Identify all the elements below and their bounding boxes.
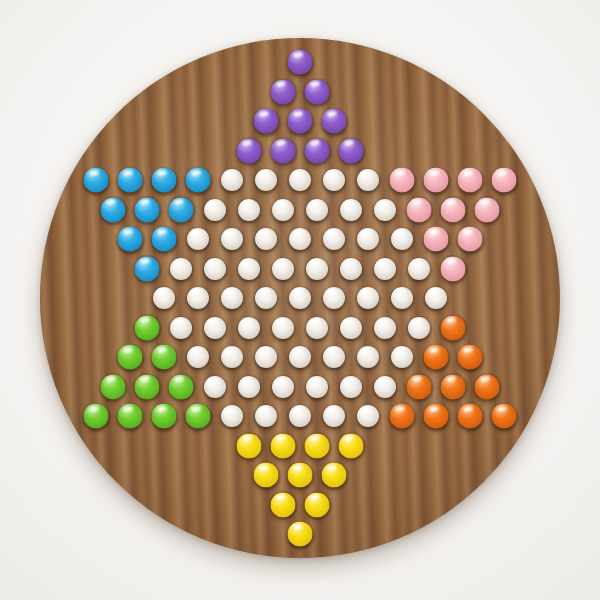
white-marble-sphere: [221, 287, 243, 309]
white-marble-sphere: [255, 346, 277, 368]
marble-green[interactable]: [132, 371, 163, 402]
white-marble-sphere: [374, 199, 396, 221]
green-marble-sphere: [169, 374, 194, 399]
marble-white[interactable]: [303, 314, 331, 342]
marble-white[interactable]: [320, 225, 348, 253]
marble-yellow[interactable]: [251, 460, 282, 491]
white-marble-sphere: [357, 346, 379, 368]
marble-purple[interactable]: [268, 135, 299, 166]
marble-purple[interactable]: [285, 106, 316, 137]
white-marble-sphere: [340, 376, 362, 398]
marble-pink[interactable]: [455, 224, 486, 255]
yellow-marble-sphere: [271, 492, 296, 517]
orange-marble-sphere: [458, 345, 483, 370]
marble-purple[interactable]: [234, 135, 265, 166]
white-marble-sphere: [374, 376, 396, 398]
orange-marble-sphere: [390, 404, 415, 429]
green-marble-sphere: [118, 404, 143, 429]
white-marble-sphere: [374, 317, 396, 339]
pink-marble-sphere: [424, 227, 449, 252]
white-marble-sphere: [289, 228, 311, 250]
marble-white[interactable]: [337, 255, 365, 283]
marble-white[interactable]: [286, 166, 314, 194]
marble-pink[interactable]: [438, 194, 469, 225]
white-marble-sphere: [323, 287, 345, 309]
marble-white[interactable]: [235, 196, 263, 224]
marble-white[interactable]: [388, 225, 416, 253]
orange-marble-sphere: [441, 315, 466, 340]
marble-white[interactable]: [150, 284, 178, 312]
marble-yellow[interactable]: [268, 430, 299, 461]
orange-marble-sphere: [407, 374, 432, 399]
white-marble-sphere: [340, 258, 362, 280]
white-marble-sphere: [221, 228, 243, 250]
marble-yellow[interactable]: [234, 430, 265, 461]
marble-purple[interactable]: [268, 76, 299, 107]
marble-orange[interactable]: [472, 371, 503, 402]
pink-marble-sphere: [458, 168, 483, 193]
marble-pink[interactable]: [421, 165, 452, 196]
white-marble-sphere: [391, 228, 413, 250]
purple-marble-sphere: [254, 109, 279, 134]
marble-purple[interactable]: [302, 76, 333, 107]
white-marble-sphere: [238, 258, 260, 280]
green-marble-sphere: [135, 315, 160, 340]
white-marble-sphere: [255, 228, 277, 250]
scene: [0, 0, 600, 600]
purple-marble-sphere: [288, 50, 313, 75]
green-marble-sphere: [152, 345, 177, 370]
orange-marble-sphere: [441, 374, 466, 399]
marble-white[interactable]: [303, 196, 331, 224]
marble-orange[interactable]: [455, 401, 486, 432]
marble-white[interactable]: [354, 402, 382, 430]
yellow-marble-sphere: [305, 433, 330, 458]
white-marble-sphere: [323, 405, 345, 427]
white-marble-sphere: [408, 258, 430, 280]
marble-white[interactable]: [218, 402, 246, 430]
marble-white[interactable]: [201, 314, 229, 342]
orange-marble-sphere: [458, 404, 483, 429]
marble-white[interactable]: [269, 373, 297, 401]
yellow-marble-sphere: [237, 433, 262, 458]
purple-marble-sphere: [288, 109, 313, 134]
marble-orange[interactable]: [387, 401, 418, 432]
purple-marble-sphere: [322, 109, 347, 134]
marble-white[interactable]: [354, 166, 382, 194]
white-marble-sphere: [170, 317, 192, 339]
white-marble-sphere: [289, 405, 311, 427]
marble-white[interactable]: [252, 343, 280, 371]
white-marble-sphere: [221, 405, 243, 427]
yellow-marble-sphere: [288, 463, 313, 488]
marble-white[interactable]: [218, 166, 246, 194]
marble-white[interactable]: [354, 284, 382, 312]
white-marble-sphere: [357, 287, 379, 309]
marble-white[interactable]: [371, 196, 399, 224]
marble-white[interactable]: [337, 314, 365, 342]
white-marble-sphere: [204, 258, 226, 280]
white-marble-sphere: [238, 199, 260, 221]
marble-white[interactable]: [167, 314, 195, 342]
white-marble-sphere: [391, 287, 413, 309]
blue-marble-sphere: [118, 227, 143, 252]
pink-marble-sphere: [475, 197, 500, 222]
white-marble-sphere: [204, 317, 226, 339]
marble-white[interactable]: [218, 343, 246, 371]
marble-blue[interactable]: [132, 194, 163, 225]
marble-white[interactable]: [184, 284, 212, 312]
white-marble-sphere: [340, 199, 362, 221]
marble-white[interactable]: [354, 225, 382, 253]
pink-marble-sphere: [441, 256, 466, 281]
marble-blue[interactable]: [166, 194, 197, 225]
marble-green[interactable]: [132, 312, 163, 343]
marble-blue[interactable]: [149, 224, 180, 255]
marble-blue[interactable]: [149, 165, 180, 196]
marble-pink[interactable]: [472, 194, 503, 225]
marble-blue[interactable]: [132, 253, 163, 284]
green-marble-sphere: [186, 404, 211, 429]
marble-white[interactable]: [320, 284, 348, 312]
marble-yellow[interactable]: [285, 519, 316, 550]
blue-marble-sphere: [135, 256, 160, 281]
marble-yellow[interactable]: [302, 489, 333, 520]
marble-orange[interactable]: [489, 401, 520, 432]
white-marble-sphere: [204, 199, 226, 221]
green-marble-sphere: [101, 374, 126, 399]
marble-white[interactable]: [320, 402, 348, 430]
white-marble-sphere: [306, 258, 328, 280]
marble-white[interactable]: [218, 284, 246, 312]
white-marble-sphere: [187, 346, 209, 368]
marble-white[interactable]: [320, 343, 348, 371]
white-marble-sphere: [170, 258, 192, 280]
marble-white[interactable]: [405, 255, 433, 283]
white-marble-sphere: [374, 258, 396, 280]
marble-green[interactable]: [149, 401, 180, 432]
white-marble-sphere: [255, 287, 277, 309]
green-marble-sphere: [118, 345, 143, 370]
blue-marble-sphere: [84, 168, 109, 193]
white-marble-sphere: [289, 287, 311, 309]
white-marble-sphere: [238, 317, 260, 339]
marble-blue[interactable]: [98, 194, 129, 225]
marble-yellow[interactable]: [285, 460, 316, 491]
chinese-checkers-board: [40, 38, 560, 558]
yellow-marble-sphere: [254, 463, 279, 488]
marble-orange[interactable]: [455, 342, 486, 373]
marble-pink[interactable]: [438, 253, 469, 284]
marble-white[interactable]: [184, 343, 212, 371]
marble-blue[interactable]: [81, 165, 112, 196]
marble-orange[interactable]: [421, 401, 452, 432]
pink-marble-sphere: [441, 197, 466, 222]
marble-purple[interactable]: [251, 106, 282, 137]
blue-marble-sphere: [135, 197, 160, 222]
marble-white[interactable]: [252, 402, 280, 430]
marble-pink[interactable]: [489, 165, 520, 196]
marble-purple[interactable]: [285, 47, 316, 78]
white-marble-sphere: [340, 317, 362, 339]
marble-white[interactable]: [286, 343, 314, 371]
marble-white[interactable]: [201, 196, 229, 224]
marble-purple[interactable]: [319, 106, 350, 137]
orange-marble-sphere: [492, 404, 517, 429]
marble-pink[interactable]: [421, 224, 452, 255]
marble-yellow[interactable]: [336, 430, 367, 461]
white-marble-sphere: [272, 258, 294, 280]
white-marble-sphere: [272, 317, 294, 339]
marble-yellow[interactable]: [302, 430, 333, 461]
marble-green[interactable]: [183, 401, 214, 432]
marble-pink[interactable]: [455, 165, 486, 196]
white-marble-sphere: [255, 405, 277, 427]
marble-white[interactable]: [320, 166, 348, 194]
white-marble-sphere: [272, 376, 294, 398]
blue-marble-sphere: [101, 197, 126, 222]
marble-green[interactable]: [115, 342, 146, 373]
marble-white[interactable]: [235, 255, 263, 283]
white-marble-sphere: [306, 376, 328, 398]
marble-white[interactable]: [235, 314, 263, 342]
marble-white[interactable]: [422, 284, 450, 312]
blue-marble-sphere: [186, 168, 211, 193]
white-marble-sphere: [187, 228, 209, 250]
blue-marble-sphere: [152, 227, 177, 252]
marble-white[interactable]: [286, 284, 314, 312]
marble-white[interactable]: [218, 225, 246, 253]
marble-blue[interactable]: [183, 165, 214, 196]
white-marble-sphere: [187, 287, 209, 309]
white-marble-sphere: [204, 376, 226, 398]
purple-marble-sphere: [237, 138, 262, 163]
marble-white[interactable]: [286, 225, 314, 253]
marble-white[interactable]: [184, 225, 212, 253]
white-marble-sphere: [357, 169, 379, 191]
white-marble-sphere: [289, 346, 311, 368]
marble-green[interactable]: [115, 401, 146, 432]
marble-purple[interactable]: [336, 135, 367, 166]
yellow-marble-sphere: [288, 522, 313, 547]
pink-marble-sphere: [390, 168, 415, 193]
marble-white[interactable]: [303, 255, 331, 283]
pink-marble-sphere: [424, 168, 449, 193]
marble-white[interactable]: [405, 314, 433, 342]
marble-white[interactable]: [167, 255, 195, 283]
marble-white[interactable]: [303, 373, 331, 401]
purple-marble-sphere: [339, 138, 364, 163]
marble-white[interactable]: [252, 225, 280, 253]
marble-purple[interactable]: [302, 135, 333, 166]
marble-white[interactable]: [252, 166, 280, 194]
marble-white[interactable]: [371, 255, 399, 283]
purple-marble-sphere: [271, 79, 296, 104]
white-marble-sphere: [425, 287, 447, 309]
pink-marble-sphere: [492, 168, 517, 193]
marble-white[interactable]: [269, 314, 297, 342]
blue-marble-sphere: [152, 168, 177, 193]
marble-white[interactable]: [201, 373, 229, 401]
marble-pink[interactable]: [387, 165, 418, 196]
white-marble-sphere: [323, 228, 345, 250]
green-marble-sphere: [84, 404, 109, 429]
marble-white[interactable]: [371, 373, 399, 401]
marble-white[interactable]: [286, 402, 314, 430]
marble-white[interactable]: [371, 314, 399, 342]
marble-orange[interactable]: [438, 371, 469, 402]
orange-marble-sphere: [424, 404, 449, 429]
purple-marble-sphere: [271, 138, 296, 163]
marble-white[interactable]: [201, 255, 229, 283]
white-marble-sphere: [323, 169, 345, 191]
marble-white[interactable]: [269, 196, 297, 224]
yellow-marble-sphere: [271, 433, 296, 458]
marble-orange[interactable]: [438, 312, 469, 343]
yellow-marble-sphere: [305, 492, 330, 517]
green-marble-sphere: [135, 374, 160, 399]
white-marble-sphere: [306, 317, 328, 339]
white-marble-sphere: [357, 405, 379, 427]
marble-blue[interactable]: [115, 165, 146, 196]
marble-green[interactable]: [98, 371, 129, 402]
white-marble-sphere: [255, 169, 277, 191]
white-marble-sphere: [238, 376, 260, 398]
marble-green[interactable]: [81, 401, 112, 432]
marble-white[interactable]: [388, 343, 416, 371]
yellow-marble-sphere: [322, 463, 347, 488]
marble-orange[interactable]: [404, 371, 435, 402]
marble-white[interactable]: [354, 343, 382, 371]
blue-marble-sphere: [169, 197, 194, 222]
orange-marble-sphere: [424, 345, 449, 370]
white-marble-sphere: [153, 287, 175, 309]
white-marble-sphere: [357, 228, 379, 250]
marble-white[interactable]: [235, 373, 263, 401]
marble-white[interactable]: [337, 196, 365, 224]
pink-marble-sphere: [458, 227, 483, 252]
marble-white[interactable]: [388, 284, 416, 312]
marble-yellow[interactable]: [268, 489, 299, 520]
white-marble-sphere: [272, 199, 294, 221]
marble-white[interactable]: [252, 284, 280, 312]
marble-white[interactable]: [337, 373, 365, 401]
marble-green[interactable]: [166, 371, 197, 402]
marble-pink[interactable]: [404, 194, 435, 225]
white-marble-sphere: [323, 346, 345, 368]
blue-marble-sphere: [118, 168, 143, 193]
marble-orange[interactable]: [421, 342, 452, 373]
white-marble-sphere: [289, 169, 311, 191]
marble-blue[interactable]: [115, 224, 146, 255]
white-marble-sphere: [221, 169, 243, 191]
yellow-marble-sphere: [339, 433, 364, 458]
marble-white[interactable]: [269, 255, 297, 283]
marble-yellow[interactable]: [319, 460, 350, 491]
purple-marble-sphere: [305, 79, 330, 104]
white-marble-sphere: [306, 199, 328, 221]
white-marble-sphere: [221, 346, 243, 368]
orange-marble-sphere: [475, 374, 500, 399]
marble-green[interactable]: [149, 342, 180, 373]
pink-marble-sphere: [407, 197, 432, 222]
purple-marble-sphere: [305, 138, 330, 163]
white-marble-sphere: [391, 346, 413, 368]
white-marble-sphere: [408, 317, 430, 339]
green-marble-sphere: [152, 404, 177, 429]
